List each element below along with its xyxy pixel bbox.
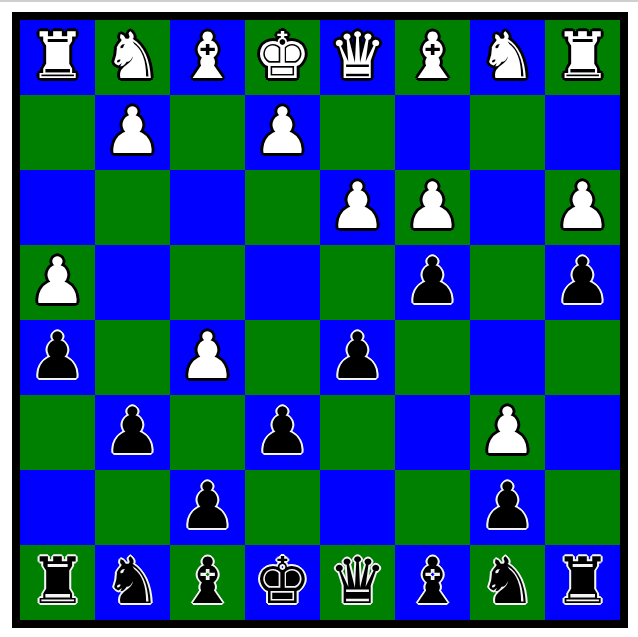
square-a2[interactable] (545, 95, 620, 170)
square-b4[interactable] (470, 245, 545, 320)
black-pawn[interactable]: ♟ (554, 249, 611, 313)
square-h8[interactable]: ♜ (20, 545, 95, 620)
square-g3[interactable] (95, 170, 170, 245)
square-b7[interactable]: ♟ (470, 470, 545, 545)
white-pawn[interactable]: ♟ (554, 174, 611, 238)
square-a6[interactable] (545, 395, 620, 470)
white-pawn[interactable]: ♟ (179, 324, 236, 388)
chess-board-frame: ♜♞♝♚♛♝♞♜♟♟♟♟♟♟♟♟♟♟♟♟♟♟♟♟♜♞♝♚♛♝♞♜ (12, 12, 628, 628)
square-c7[interactable] (395, 470, 470, 545)
black-pawn[interactable]: ♟ (254, 399, 311, 463)
square-c6[interactable] (395, 395, 470, 470)
square-g1[interactable]: ♞ (95, 20, 170, 95)
chess-board: ♜♞♝♚♛♝♞♜♟♟♟♟♟♟♟♟♟♟♟♟♟♟♟♟♜♞♝♚♛♝♞♜ (20, 20, 620, 620)
square-e1[interactable]: ♚ (245, 20, 320, 95)
page-background: ♜♞♝♚♛♝♞♜♟♟♟♟♟♟♟♟♟♟♟♟♟♟♟♟♜♞♝♚♛♝♞♜ (0, 0, 638, 637)
white-bishop[interactable]: ♝ (179, 24, 236, 88)
black-king[interactable]: ♚ (254, 549, 311, 613)
square-d8[interactable]: ♛ (320, 545, 395, 620)
square-c1[interactable]: ♝ (395, 20, 470, 95)
square-f7[interactable]: ♟ (170, 470, 245, 545)
square-h7[interactable] (20, 470, 95, 545)
white-queen[interactable]: ♛ (329, 24, 386, 88)
square-b6[interactable]: ♟ (470, 395, 545, 470)
square-f1[interactable]: ♝ (170, 20, 245, 95)
black-pawn[interactable]: ♟ (29, 324, 86, 388)
square-g2[interactable]: ♟ (95, 95, 170, 170)
white-pawn[interactable]: ♟ (254, 99, 311, 163)
black-pawn[interactable]: ♟ (479, 474, 536, 538)
black-pawn[interactable]: ♟ (179, 474, 236, 538)
white-king[interactable]: ♚ (254, 24, 311, 88)
black-pawn[interactable]: ♟ (404, 249, 461, 313)
square-a5[interactable] (545, 320, 620, 395)
square-e3[interactable] (245, 170, 320, 245)
white-pawn[interactable]: ♟ (29, 249, 86, 313)
white-bishop[interactable]: ♝ (404, 24, 461, 88)
square-d5[interactable]: ♟ (320, 320, 395, 395)
square-e6[interactable]: ♟ (245, 395, 320, 470)
black-knight[interactable]: ♞ (104, 549, 161, 613)
square-a4[interactable]: ♟ (545, 245, 620, 320)
black-rook[interactable]: ♜ (29, 549, 86, 613)
square-h2[interactable] (20, 95, 95, 170)
black-rook[interactable]: ♜ (554, 549, 611, 613)
square-e8[interactable]: ♚ (245, 545, 320, 620)
square-h5[interactable]: ♟ (20, 320, 95, 395)
square-g4[interactable] (95, 245, 170, 320)
square-e4[interactable] (245, 245, 320, 320)
square-b2[interactable] (470, 95, 545, 170)
square-h1[interactable]: ♜ (20, 20, 95, 95)
square-e7[interactable] (245, 470, 320, 545)
square-c5[interactable] (395, 320, 470, 395)
square-a8[interactable]: ♜ (545, 545, 620, 620)
black-pawn[interactable]: ♟ (104, 399, 161, 463)
white-pawn[interactable]: ♟ (104, 99, 161, 163)
square-c4[interactable]: ♟ (395, 245, 470, 320)
white-rook[interactable]: ♜ (554, 24, 611, 88)
square-b8[interactable]: ♞ (470, 545, 545, 620)
square-h6[interactable] (20, 395, 95, 470)
square-g6[interactable]: ♟ (95, 395, 170, 470)
square-h4[interactable]: ♟ (20, 245, 95, 320)
square-d7[interactable] (320, 470, 395, 545)
square-b3[interactable] (470, 170, 545, 245)
square-d3[interactable]: ♟ (320, 170, 395, 245)
square-h3[interactable] (20, 170, 95, 245)
square-c3[interactable]: ♟ (395, 170, 470, 245)
square-f8[interactable]: ♝ (170, 545, 245, 620)
square-f2[interactable] (170, 95, 245, 170)
square-e2[interactable]: ♟ (245, 95, 320, 170)
square-f3[interactable] (170, 170, 245, 245)
white-pawn[interactable]: ♟ (329, 174, 386, 238)
square-b5[interactable] (470, 320, 545, 395)
white-knight[interactable]: ♞ (479, 24, 536, 88)
square-e5[interactable] (245, 320, 320, 395)
square-a7[interactable] (545, 470, 620, 545)
black-bishop[interactable]: ♝ (179, 549, 236, 613)
white-rook[interactable]: ♜ (29, 24, 86, 88)
black-knight[interactable]: ♞ (479, 549, 536, 613)
square-a1[interactable]: ♜ (545, 20, 620, 95)
white-pawn[interactable]: ♟ (404, 174, 461, 238)
square-g8[interactable]: ♞ (95, 545, 170, 620)
square-f4[interactable] (170, 245, 245, 320)
black-bishop[interactable]: ♝ (404, 549, 461, 613)
black-queen[interactable]: ♛ (329, 549, 386, 613)
square-d4[interactable] (320, 245, 395, 320)
square-f6[interactable] (170, 395, 245, 470)
square-d1[interactable]: ♛ (320, 20, 395, 95)
square-a3[interactable]: ♟ (545, 170, 620, 245)
square-g7[interactable] (95, 470, 170, 545)
white-knight[interactable]: ♞ (104, 24, 161, 88)
square-f5[interactable]: ♟ (170, 320, 245, 395)
square-d2[interactable] (320, 95, 395, 170)
square-d6[interactable] (320, 395, 395, 470)
square-b1[interactable]: ♞ (470, 20, 545, 95)
square-c2[interactable] (395, 95, 470, 170)
square-c8[interactable]: ♝ (395, 545, 470, 620)
white-pawn[interactable]: ♟ (479, 399, 536, 463)
window-top-edge (0, 0, 638, 2)
black-pawn[interactable]: ♟ (329, 324, 386, 388)
square-g5[interactable] (95, 320, 170, 395)
